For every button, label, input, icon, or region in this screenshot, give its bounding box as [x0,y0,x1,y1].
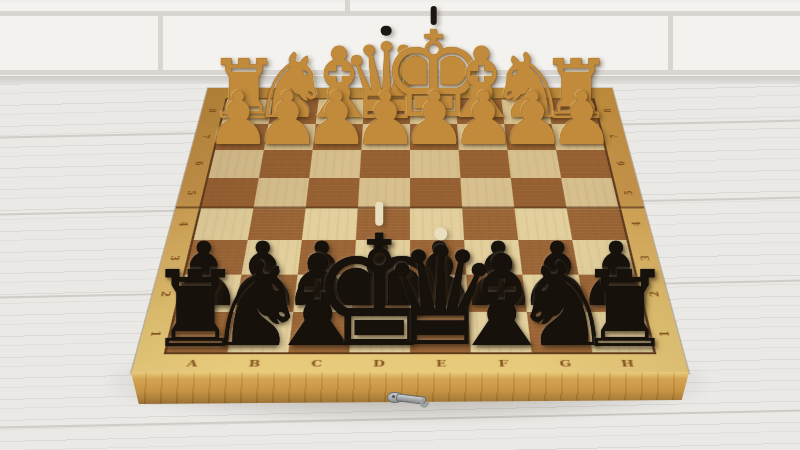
piece-dark-rook-h1[interactable]: ♜ [577,257,672,363]
square-f5[interactable] [460,178,514,208]
clasp-screw-icon [392,395,395,398]
brick-joint [668,16,673,70]
rank-label: 5 [163,186,218,199]
rook-glyph: ♜ [577,257,672,363]
metal-clasp [387,389,435,413]
brick-joint [345,0,350,12]
rank-label: 5 [601,186,656,199]
square-g5[interactable] [511,178,567,208]
chess-photo-scene: ABCDEFGH 87654321 87654321 ♜♞♝♛♚♝♞♜♟♟♟♟♟… [0,0,800,450]
finial-spike-icon [431,6,437,25]
piece-light-pawn-h7[interactable]: ♟ [549,82,615,156]
square-b5[interactable] [253,178,309,208]
pawn-glyph: ♟ [549,82,615,156]
brick-joint [158,16,163,70]
